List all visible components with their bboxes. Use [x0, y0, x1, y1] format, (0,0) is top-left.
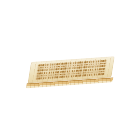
product-photo-scene: [0, 0, 138, 138]
hole-group: [71, 75, 81, 77]
cribbage-board: [28, 56, 115, 83]
peg-hole: [81, 67, 83, 69]
peg-hole: [40, 78, 42, 80]
peg-hole: [58, 68, 60, 70]
hole-group: [36, 77, 46, 79]
peg-hole: [42, 70, 44, 72]
hole-group: [82, 74, 92, 76]
hole-group: [94, 73, 104, 75]
peg-hole: [56, 76, 58, 78]
peg-hole: [45, 77, 47, 79]
peg-hole: [102, 73, 104, 75]
peg-hole: [69, 68, 71, 70]
hole-group: [48, 76, 58, 78]
peg-hole: [86, 66, 88, 68]
peg-hole: [68, 76, 70, 78]
hole-group: [59, 76, 69, 78]
peg-hole-grid: [35, 59, 107, 80]
peg-hole: [84, 75, 86, 77]
peg-hole: [79, 75, 81, 77]
peg-hole: [46, 69, 48, 71]
peg-hole: [104, 65, 106, 67]
peg-hole: [91, 74, 93, 76]
peg-hole: [92, 66, 94, 68]
